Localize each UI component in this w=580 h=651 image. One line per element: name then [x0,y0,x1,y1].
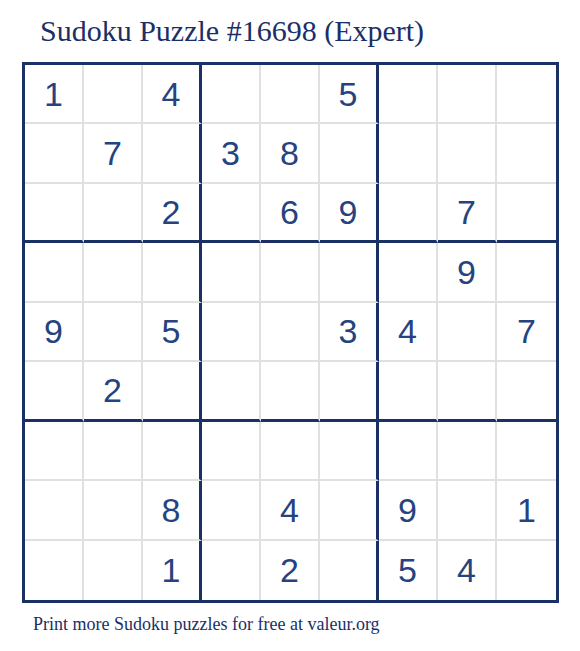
cell-r7c8[interactable] [438,422,497,481]
cell-r2c5[interactable]: 8 [261,124,320,183]
cell-r7c1[interactable] [25,422,84,481]
cell-r5c1[interactable]: 9 [25,303,84,362]
cell-r7c7[interactable] [379,422,438,481]
cell-r8c2[interactable] [84,481,143,540]
cell-r2c4[interactable]: 3 [202,124,261,183]
cell-r7c2[interactable] [84,422,143,481]
cell-r3c4[interactable] [202,184,261,243]
cell-r2c9[interactable] [497,124,556,183]
cell-r1c9[interactable] [497,65,556,124]
cell-r4c4[interactable] [202,243,261,302]
cell-r2c6[interactable] [320,124,379,183]
cell-r4c7[interactable] [379,243,438,302]
page-root: { "game": "sudoku", "position": "1040050… [0,0,580,651]
cell-r9c2[interactable] [84,541,143,600]
cell-r9c8[interactable]: 4 [438,541,497,600]
cell-r3c9[interactable] [497,184,556,243]
cell-r7c3[interactable] [143,422,202,481]
cell-r3c6[interactable]: 9 [320,184,379,243]
cell-r6c5[interactable] [261,362,320,421]
cell-r7c4[interactable] [202,422,261,481]
cell-r4c2[interactable] [84,243,143,302]
cell-r5c7[interactable]: 4 [379,303,438,362]
cell-r4c1[interactable] [25,243,84,302]
cell-r3c8[interactable]: 7 [438,184,497,243]
cell-r2c3[interactable] [143,124,202,183]
cell-r9c7[interactable]: 5 [379,541,438,600]
cell-r8c9[interactable]: 1 [497,481,556,540]
cell-r3c1[interactable] [25,184,84,243]
cell-r5c6[interactable]: 3 [320,303,379,362]
cell-r4c6[interactable] [320,243,379,302]
cell-r2c8[interactable] [438,124,497,183]
cell-r1c1[interactable]: 1 [25,65,84,124]
cell-r6c6[interactable] [320,362,379,421]
cell-r6c1[interactable] [25,362,84,421]
sudoku-grid: 1457382697995347284911254 [22,62,559,603]
cell-r1c5[interactable] [261,65,320,124]
cell-r2c1[interactable] [25,124,84,183]
cell-r6c7[interactable] [379,362,438,421]
cell-r9c5[interactable]: 2 [261,541,320,600]
cell-r1c8[interactable] [438,65,497,124]
cell-r8c4[interactable] [202,481,261,540]
cell-r1c4[interactable] [202,65,261,124]
page-title: Sudoku Puzzle #16698 (Expert) [40,14,424,48]
cell-r9c9[interactable] [497,541,556,600]
cell-r4c9[interactable] [497,243,556,302]
footer-text: Print more Sudoku puzzles for free at va… [33,614,380,635]
cell-r8c1[interactable] [25,481,84,540]
cell-r1c6[interactable]: 5 [320,65,379,124]
cell-r8c7[interactable]: 9 [379,481,438,540]
cell-r6c2[interactable]: 2 [84,362,143,421]
cell-r9c3[interactable]: 1 [143,541,202,600]
cell-r5c9[interactable]: 7 [497,303,556,362]
cell-r6c9[interactable] [497,362,556,421]
cell-r8c3[interactable]: 8 [143,481,202,540]
cell-r5c3[interactable]: 5 [143,303,202,362]
cell-r7c5[interactable] [261,422,320,481]
cell-r6c4[interactable] [202,362,261,421]
cell-r9c6[interactable] [320,541,379,600]
cell-r4c3[interactable] [143,243,202,302]
cell-r1c2[interactable] [84,65,143,124]
cell-r3c2[interactable] [84,184,143,243]
cell-r2c2[interactable]: 7 [84,124,143,183]
cell-r5c5[interactable] [261,303,320,362]
cell-r8c6[interactable] [320,481,379,540]
cell-r7c6[interactable] [320,422,379,481]
cell-r2c7[interactable] [379,124,438,183]
cell-r4c8[interactable]: 9 [438,243,497,302]
cell-r6c3[interactable] [143,362,202,421]
cell-r9c4[interactable] [202,541,261,600]
cell-r4c5[interactable] [261,243,320,302]
cell-r5c8[interactable] [438,303,497,362]
cell-r5c2[interactable] [84,303,143,362]
cell-r5c4[interactable] [202,303,261,362]
cell-r1c7[interactable] [379,65,438,124]
cell-r7c9[interactable] [497,422,556,481]
cell-r8c5[interactable]: 4 [261,481,320,540]
cell-r6c8[interactable] [438,362,497,421]
cell-r3c5[interactable]: 6 [261,184,320,243]
cell-r9c1[interactable] [25,541,84,600]
cell-r1c3[interactable]: 4 [143,65,202,124]
cell-r8c8[interactable] [438,481,497,540]
cell-r3c3[interactable]: 2 [143,184,202,243]
cell-r3c7[interactable] [379,184,438,243]
